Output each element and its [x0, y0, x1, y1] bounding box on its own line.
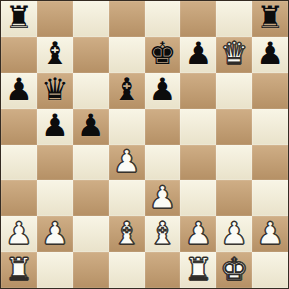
square-d6[interactable]: ♝ [109, 73, 145, 109]
piece-white-pawn[interactable]: ♟ [5, 218, 33, 249]
piece-black-pawn[interactable]: ♟ [184, 38, 212, 69]
square-c7[interactable] [73, 37, 109, 73]
piece-white-king[interactable]: ♚ [220, 254, 248, 285]
square-h7[interactable]: ♟ [252, 37, 288, 73]
square-c1[interactable] [73, 252, 109, 288]
square-e3[interactable]: ♟ [145, 180, 181, 216]
square-b1[interactable] [37, 252, 73, 288]
square-b8[interactable] [37, 1, 73, 37]
square-h4[interactable] [252, 145, 288, 181]
square-f3[interactable] [180, 180, 216, 216]
square-f7[interactable]: ♟ [180, 37, 216, 73]
square-e4[interactable] [145, 145, 181, 181]
square-c5[interactable]: ♟ [73, 109, 109, 145]
piece-white-rook[interactable]: ♜ [5, 254, 33, 285]
piece-black-pawn[interactable]: ♟ [149, 74, 177, 105]
piece-black-bishop[interactable]: ♝ [41, 38, 69, 69]
piece-white-queen[interactable]: ♛ [220, 38, 248, 69]
square-d5[interactable] [109, 109, 145, 145]
square-h5[interactable] [252, 109, 288, 145]
square-b2[interactable]: ♟ [37, 216, 73, 252]
square-b5[interactable]: ♟ [37, 109, 73, 145]
square-c4[interactable] [73, 145, 109, 181]
piece-white-pawn[interactable]: ♟ [41, 218, 69, 249]
square-g7[interactable]: ♛ [216, 37, 252, 73]
piece-white-bishop[interactable]: ♝ [149, 218, 177, 249]
square-g1[interactable]: ♚ [216, 252, 252, 288]
square-h1[interactable] [252, 252, 288, 288]
square-f8[interactable] [180, 1, 216, 37]
square-h3[interactable] [252, 180, 288, 216]
square-g4[interactable] [216, 145, 252, 181]
square-a4[interactable] [1, 145, 37, 181]
square-f1[interactable]: ♜ [180, 252, 216, 288]
piece-black-queen[interactable]: ♛ [41, 74, 69, 105]
square-b6[interactable]: ♛ [37, 73, 73, 109]
piece-white-bishop[interactable]: ♝ [113, 218, 141, 249]
piece-white-pawn[interactable]: ♟ [149, 182, 177, 213]
piece-white-pawn[interactable]: ♟ [184, 218, 212, 249]
piece-white-rook[interactable]: ♜ [184, 254, 212, 285]
square-g5[interactable] [216, 109, 252, 145]
piece-black-rook[interactable]: ♜ [256, 2, 284, 33]
square-f4[interactable] [180, 145, 216, 181]
piece-black-king[interactable]: ♚ [149, 38, 177, 69]
square-e6[interactable]: ♟ [145, 73, 181, 109]
chess-board: ♜♜♝♚♟♛♟♟♛♝♟♟♟♟♟♟♟♝♝♟♟♟♜♜♚ [0, 0, 289, 289]
square-b4[interactable] [37, 145, 73, 181]
square-e2[interactable]: ♝ [145, 216, 181, 252]
square-f5[interactable] [180, 109, 216, 145]
piece-white-pawn[interactable]: ♟ [256, 218, 284, 249]
square-a7[interactable] [1, 37, 37, 73]
piece-white-pawn[interactable]: ♟ [113, 146, 141, 177]
square-g8[interactable] [216, 1, 252, 37]
square-a1[interactable]: ♜ [1, 252, 37, 288]
square-a6[interactable]: ♟ [1, 73, 37, 109]
square-c3[interactable] [73, 180, 109, 216]
square-a2[interactable]: ♟ [1, 216, 37, 252]
square-d4[interactable]: ♟ [109, 145, 145, 181]
square-c8[interactable] [73, 1, 109, 37]
piece-black-pawn[interactable]: ♟ [41, 110, 69, 141]
square-d1[interactable] [109, 252, 145, 288]
square-g2[interactable]: ♟ [216, 216, 252, 252]
square-c6[interactable] [73, 73, 109, 109]
square-f6[interactable] [180, 73, 216, 109]
piece-white-pawn[interactable]: ♟ [220, 218, 248, 249]
square-a3[interactable] [1, 180, 37, 216]
square-f2[interactable]: ♟ [180, 216, 216, 252]
piece-black-pawn[interactable]: ♟ [5, 74, 33, 105]
square-d2[interactable]: ♝ [109, 216, 145, 252]
square-e1[interactable] [145, 252, 181, 288]
square-e7[interactable]: ♚ [145, 37, 181, 73]
square-c2[interactable] [73, 216, 109, 252]
square-b7[interactable]: ♝ [37, 37, 73, 73]
square-h8[interactable]: ♜ [252, 1, 288, 37]
piece-black-pawn[interactable]: ♟ [77, 110, 105, 141]
square-h6[interactable] [252, 73, 288, 109]
square-d3[interactable] [109, 180, 145, 216]
piece-black-rook[interactable]: ♜ [5, 2, 33, 33]
piece-black-pawn[interactable]: ♟ [256, 38, 284, 69]
square-a5[interactable] [1, 109, 37, 145]
square-h2[interactable]: ♟ [252, 216, 288, 252]
square-e5[interactable] [145, 109, 181, 145]
piece-black-bishop[interactable]: ♝ [113, 74, 141, 105]
square-g6[interactable] [216, 73, 252, 109]
square-a8[interactable]: ♜ [1, 1, 37, 37]
square-e8[interactable] [145, 1, 181, 37]
square-g3[interactable] [216, 180, 252, 216]
square-d8[interactable] [109, 1, 145, 37]
square-d7[interactable] [109, 37, 145, 73]
square-b3[interactable] [37, 180, 73, 216]
